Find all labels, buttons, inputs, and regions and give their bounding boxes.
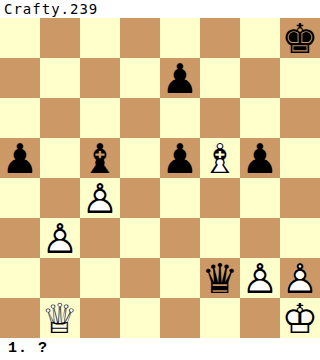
square-e7[interactable]: ♟ — [160, 58, 200, 98]
square-g7[interactable] — [240, 58, 280, 98]
square-h8[interactable]: ♚ — [280, 18, 320, 58]
black-pawn[interactable]: ♟ — [160, 138, 200, 178]
square-h1[interactable]: ♚♔ — [280, 298, 320, 338]
square-d8[interactable] — [120, 18, 160, 58]
square-a5[interactable]: ♟ — [0, 138, 40, 178]
square-d7[interactable] — [120, 58, 160, 98]
square-e2[interactable] — [160, 258, 200, 298]
square-c4[interactable]: ♟♙ — [80, 178, 120, 218]
square-e6[interactable] — [160, 98, 200, 138]
square-h5[interactable] — [280, 138, 320, 178]
square-h2[interactable]: ♟♙ — [280, 258, 320, 298]
square-g5[interactable]: ♟ — [240, 138, 280, 178]
square-b8[interactable] — [40, 18, 80, 58]
square-b4[interactable] — [40, 178, 80, 218]
square-f4[interactable] — [200, 178, 240, 218]
square-h4[interactable] — [280, 178, 320, 218]
square-d3[interactable] — [120, 218, 160, 258]
square-e1[interactable] — [160, 298, 200, 338]
black-bishop[interactable]: ♝ — [80, 138, 120, 178]
square-c3[interactable] — [80, 218, 120, 258]
white-pawn[interactable]: ♟♙ — [80, 178, 120, 218]
square-g8[interactable] — [240, 18, 280, 58]
square-c2[interactable] — [80, 258, 120, 298]
square-b5[interactable] — [40, 138, 80, 178]
white-queen-outline: ♕ — [40, 298, 80, 338]
white-bishop[interactable]: ♝♗ — [200, 138, 240, 178]
square-e3[interactable] — [160, 218, 200, 258]
white-king[interactable]: ♚♔ — [280, 298, 320, 338]
white-king-outline: ♔ — [280, 298, 320, 338]
square-b6[interactable] — [40, 98, 80, 138]
black-pawn[interactable]: ♟ — [0, 138, 40, 178]
square-a8[interactable] — [0, 18, 40, 58]
square-f3[interactable] — [200, 218, 240, 258]
square-d4[interactable] — [120, 178, 160, 218]
square-a1[interactable] — [0, 298, 40, 338]
square-f7[interactable] — [200, 58, 240, 98]
square-g1[interactable] — [240, 298, 280, 338]
square-h3[interactable] — [280, 218, 320, 258]
square-g2[interactable]: ♟♙ — [240, 258, 280, 298]
black-pawn[interactable]: ♟ — [160, 58, 200, 98]
square-b1[interactable]: ♛♕ — [40, 298, 80, 338]
square-c1[interactable] — [80, 298, 120, 338]
white-pawn-outline: ♙ — [80, 178, 120, 218]
square-e5[interactable]: ♟ — [160, 138, 200, 178]
white-pawn-outline: ♙ — [40, 218, 80, 258]
square-a4[interactable] — [0, 178, 40, 218]
square-c7[interactable] — [80, 58, 120, 98]
black-king[interactable]: ♚ — [280, 18, 320, 58]
square-g6[interactable] — [240, 98, 280, 138]
square-e4[interactable] — [160, 178, 200, 218]
square-f1[interactable] — [200, 298, 240, 338]
square-a2[interactable] — [0, 258, 40, 298]
square-f2[interactable]: ♛ — [200, 258, 240, 298]
black-queen[interactable]: ♛ — [200, 258, 240, 298]
square-a3[interactable] — [0, 218, 40, 258]
square-d5[interactable] — [120, 138, 160, 178]
square-f5[interactable]: ♝♗ — [200, 138, 240, 178]
white-pawn-outline: ♙ — [240, 258, 280, 298]
white-bishop-outline: ♗ — [200, 138, 240, 178]
square-f8[interactable] — [200, 18, 240, 58]
white-pawn-outline: ♙ — [280, 258, 320, 298]
square-b7[interactable] — [40, 58, 80, 98]
white-pawn[interactable]: ♟♙ — [280, 258, 320, 298]
square-b2[interactable] — [40, 258, 80, 298]
square-f6[interactable] — [200, 98, 240, 138]
square-h7[interactable] — [280, 58, 320, 98]
black-pawn[interactable]: ♟ — [240, 138, 280, 178]
square-d6[interactable] — [120, 98, 160, 138]
window-title: Crafty.239 — [0, 0, 320, 18]
square-h6[interactable] — [280, 98, 320, 138]
square-d1[interactable] — [120, 298, 160, 338]
square-g4[interactable] — [240, 178, 280, 218]
white-pawn[interactable]: ♟♙ — [40, 218, 80, 258]
white-pawn[interactable]: ♟♙ — [240, 258, 280, 298]
square-g3[interactable] — [240, 218, 280, 258]
xboard-window: Crafty.239 ♚♟♟♝♟♝♗♟♟♙♟♙♛♟♙♟♙♛♕♚♔ 1. ? — [0, 0, 320, 360]
square-e8[interactable] — [160, 18, 200, 58]
square-a6[interactable] — [0, 98, 40, 138]
chess-board: ♚♟♟♝♟♝♗♟♟♙♟♙♛♟♙♟♙♛♕♚♔ — [0, 18, 320, 338]
square-c8[interactable] — [80, 18, 120, 58]
square-b3[interactable]: ♟♙ — [40, 218, 80, 258]
square-c5[interactable]: ♝ — [80, 138, 120, 178]
square-d2[interactable] — [120, 258, 160, 298]
white-queen[interactable]: ♛♕ — [40, 298, 80, 338]
square-c6[interactable] — [80, 98, 120, 138]
square-a7[interactable] — [0, 58, 40, 98]
